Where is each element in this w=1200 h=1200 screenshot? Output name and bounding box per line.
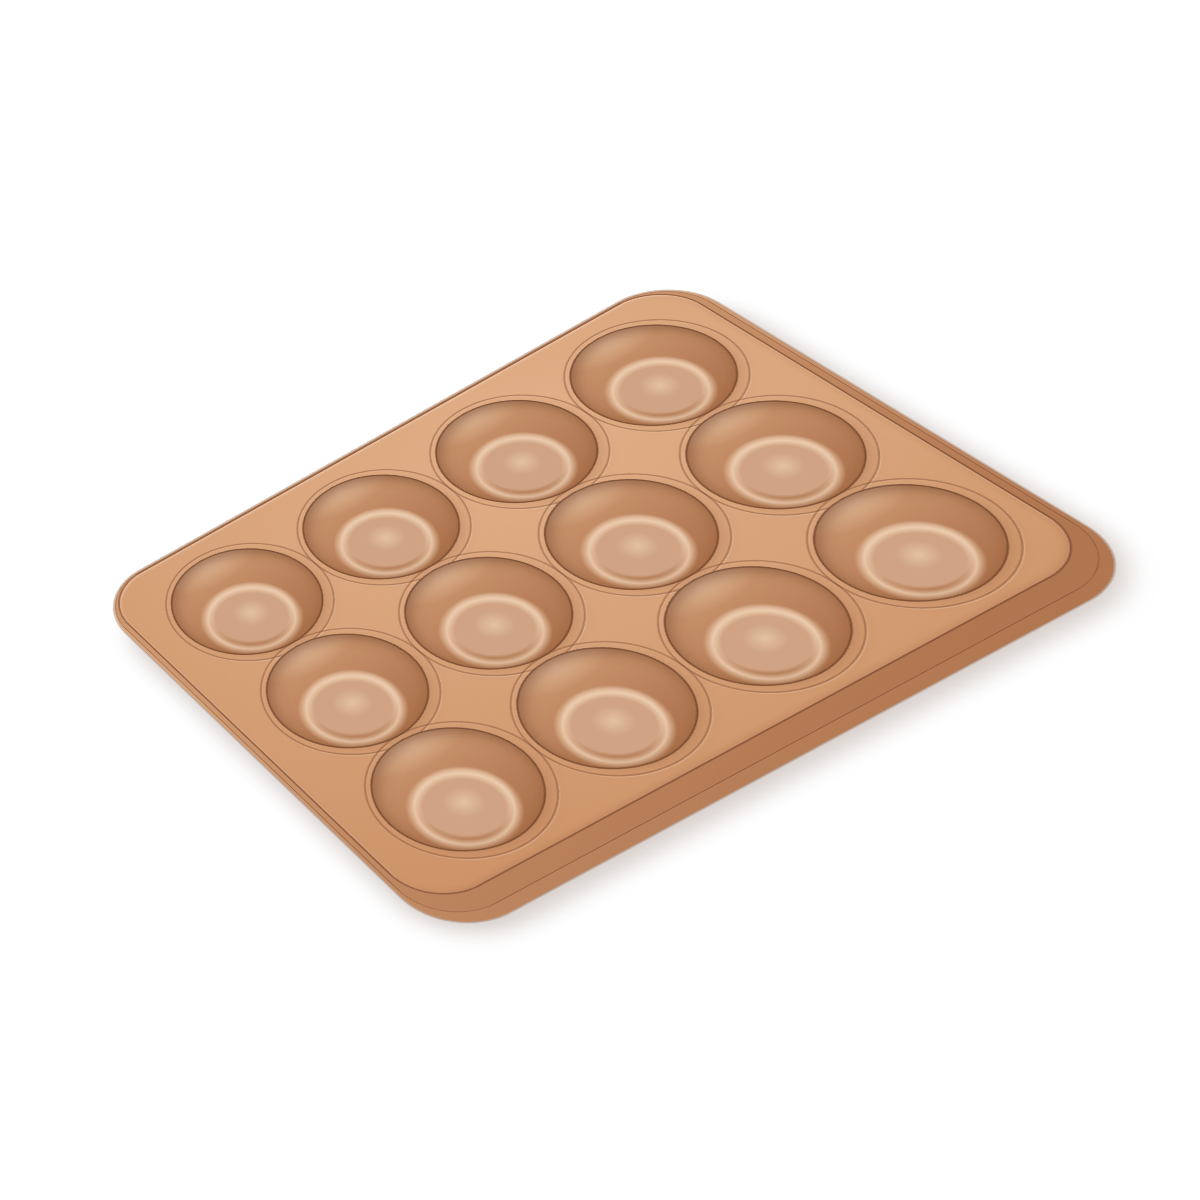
product-photo [0,0,1200,1200]
muffin-pan [100,281,1100,911]
